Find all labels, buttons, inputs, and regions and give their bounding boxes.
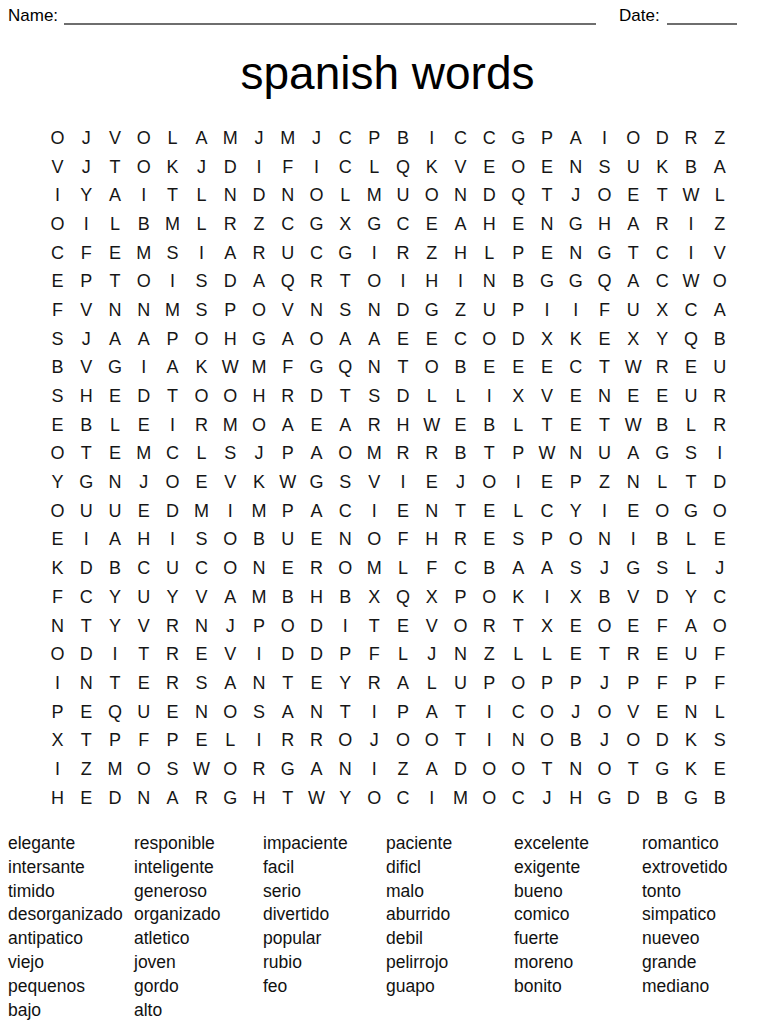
grid-cell[interactable]: I — [129, 354, 158, 383]
grid-cell[interactable]: I — [43, 181, 72, 210]
grid-cell[interactable]: F — [389, 526, 418, 555]
grid-cell[interactable]: C — [273, 210, 302, 239]
grid-cell[interactable]: N — [216, 181, 245, 210]
grid-cell[interactable]: M — [360, 181, 389, 210]
date-input-line[interactable] — [667, 23, 737, 25]
grid-cell[interactable]: O — [417, 726, 446, 755]
grid-cell[interactable]: B — [504, 267, 533, 296]
grid-cell[interactable]: H — [302, 583, 331, 612]
grid-cell[interactable]: G — [216, 784, 245, 813]
grid-cell[interactable]: R — [273, 726, 302, 755]
grid-cell[interactable]: N — [101, 296, 130, 325]
grid-cell[interactable]: J — [561, 181, 590, 210]
grid-cell[interactable]: I — [245, 640, 274, 669]
grid-cell[interactable]: B — [561, 726, 590, 755]
grid-cell[interactable]: X — [504, 382, 533, 411]
grid-cell[interactable]: L — [705, 181, 734, 210]
grid-cell[interactable]: W — [273, 468, 302, 497]
grid-cell[interactable]: N — [245, 669, 274, 698]
grid-cell[interactable]: J — [561, 698, 590, 727]
grid-cell[interactable]: P — [504, 239, 533, 268]
grid-cell[interactable]: Q — [273, 267, 302, 296]
grid-cell[interactable]: S — [187, 669, 216, 698]
grid-cell[interactable]: H — [245, 784, 274, 813]
grid-cell[interactable]: N — [561, 239, 590, 268]
grid-cell[interactable]: A — [245, 267, 274, 296]
grid-cell[interactable]: C — [331, 153, 360, 182]
grid-cell[interactable]: K — [648, 153, 677, 182]
grid-cell[interactable]: Q — [331, 354, 360, 383]
grid-cell[interactable]: Z — [446, 296, 475, 325]
grid-cell[interactable]: D — [302, 612, 331, 641]
grid-cell[interactable]: M — [245, 354, 274, 383]
grid-cell[interactable]: T — [446, 726, 475, 755]
grid-cell[interactable]: A — [216, 583, 245, 612]
grid-cell[interactable]: T — [677, 468, 706, 497]
grid-cell[interactable]: A — [619, 210, 648, 239]
grid-cell[interactable]: E — [619, 497, 648, 526]
grid-cell[interactable]: X — [561, 583, 590, 612]
grid-cell[interactable]: I — [302, 153, 331, 182]
grid-cell[interactable]: A — [101, 181, 130, 210]
grid-cell[interactable]: T — [590, 354, 619, 383]
grid-cell[interactable]: T — [504, 612, 533, 641]
grid-cell[interactable]: R — [475, 612, 504, 641]
grid-cell[interactable]: A — [216, 239, 245, 268]
grid-cell[interactable]: A — [677, 612, 706, 641]
grid-cell[interactable]: D — [302, 382, 331, 411]
grid-cell[interactable]: J — [216, 612, 245, 641]
grid-cell[interactable]: Y — [101, 583, 130, 612]
grid-cell[interactable]: D — [475, 181, 504, 210]
grid-cell[interactable]: B — [72, 411, 101, 440]
grid-cell[interactable]: R — [158, 669, 187, 698]
grid-cell[interactable]: O — [504, 669, 533, 698]
grid-cell[interactable]: S — [331, 468, 360, 497]
grid-cell[interactable]: A — [331, 325, 360, 354]
grid-cell[interactable]: U — [158, 554, 187, 583]
grid-cell[interactable]: M — [158, 210, 187, 239]
grid-cell[interactable]: R — [677, 124, 706, 153]
grid-cell[interactable]: X — [533, 612, 562, 641]
grid-cell[interactable]: S — [187, 267, 216, 296]
grid-cell[interactable]: R — [187, 784, 216, 813]
grid-cell[interactable]: D — [648, 583, 677, 612]
grid-cell[interactable]: T — [533, 181, 562, 210]
grid-cell[interactable]: E — [187, 468, 216, 497]
grid-cell[interactable]: Z — [72, 755, 101, 784]
grid-cell[interactable]: B — [129, 210, 158, 239]
grid-cell[interactable]: Q — [590, 267, 619, 296]
grid-cell[interactable]: Q — [677, 325, 706, 354]
grid-cell[interactable]: V — [360, 468, 389, 497]
grid-cell[interactable]: T — [72, 612, 101, 641]
grid-cell[interactable]: O — [619, 726, 648, 755]
grid-cell[interactable]: H — [216, 325, 245, 354]
grid-cell[interactable]: N — [302, 698, 331, 727]
grid-cell[interactable]: O — [129, 755, 158, 784]
grid-cell[interactable]: F — [273, 354, 302, 383]
grid-cell[interactable]: C — [705, 583, 734, 612]
grid-cell[interactable]: S — [43, 325, 72, 354]
grid-cell[interactable]: Q — [389, 153, 418, 182]
grid-cell[interactable]: L — [389, 640, 418, 669]
grid-cell[interactable]: T — [619, 755, 648, 784]
grid-cell[interactable]: D — [158, 497, 187, 526]
grid-cell[interactable]: L — [677, 526, 706, 555]
grid-cell[interactable]: L — [677, 411, 706, 440]
grid-cell[interactable]: L — [417, 382, 446, 411]
grid-cell[interactable]: G — [245, 325, 274, 354]
grid-cell[interactable]: P — [504, 296, 533, 325]
grid-cell[interactable]: A — [302, 497, 331, 526]
grid-cell[interactable]: S — [245, 698, 274, 727]
grid-cell[interactable]: Y — [72, 181, 101, 210]
grid-cell[interactable]: E — [129, 411, 158, 440]
grid-cell[interactable]: O — [43, 440, 72, 469]
grid-cell[interactable]: O — [475, 755, 504, 784]
grid-cell[interactable]: X — [43, 726, 72, 755]
grid-cell[interactable]: X — [533, 325, 562, 354]
grid-cell[interactable]: A — [187, 124, 216, 153]
grid-cell[interactable]: S — [216, 440, 245, 469]
grid-cell[interactable]: L — [187, 181, 216, 210]
grid-cell[interactable]: T — [360, 612, 389, 641]
grid-cell[interactable]: U — [705, 354, 734, 383]
grid-cell[interactable]: L — [533, 640, 562, 669]
grid-cell[interactable]: I — [158, 267, 187, 296]
grid-cell[interactable]: R — [273, 382, 302, 411]
grid-cell[interactable]: L — [331, 181, 360, 210]
grid-cell[interactable]: E — [302, 669, 331, 698]
grid-cell[interactable]: O — [216, 382, 245, 411]
grid-cell[interactable]: U — [72, 497, 101, 526]
grid-cell[interactable]: B — [705, 325, 734, 354]
grid-cell[interactable]: A — [417, 755, 446, 784]
grid-cell[interactable]: G — [302, 354, 331, 383]
grid-cell[interactable]: E — [705, 526, 734, 555]
grid-cell[interactable]: L — [475, 239, 504, 268]
grid-cell[interactable]: B — [43, 354, 72, 383]
grid-cell[interactable]: C — [389, 784, 418, 813]
grid-cell[interactable]: L — [389, 554, 418, 583]
grid-cell[interactable]: O — [705, 267, 734, 296]
grid-cell[interactable]: U — [389, 181, 418, 210]
grid-cell[interactable]: E — [417, 468, 446, 497]
grid-cell[interactable]: W — [302, 784, 331, 813]
grid-cell[interactable]: Y — [158, 583, 187, 612]
grid-cell[interactable]: E — [475, 497, 504, 526]
grid-cell[interactable]: T — [158, 382, 187, 411]
grid-cell[interactable]: E — [475, 153, 504, 182]
grid-cell[interactable]: O — [705, 612, 734, 641]
grid-cell[interactable]: I — [389, 267, 418, 296]
grid-cell[interactable]: Y — [331, 669, 360, 698]
grid-cell[interactable]: T — [389, 354, 418, 383]
grid-cell[interactable]: V — [101, 124, 130, 153]
grid-cell[interactable]: Q — [101, 698, 130, 727]
grid-cell[interactable]: C — [648, 267, 677, 296]
grid-cell[interactable]: U — [590, 440, 619, 469]
grid-cell[interactable]: I — [417, 784, 446, 813]
grid-cell[interactable]: L — [677, 554, 706, 583]
grid-cell[interactable]: G — [273, 755, 302, 784]
grid-cell[interactable]: R — [245, 239, 274, 268]
grid-cell[interactable]: D — [245, 181, 274, 210]
grid-cell[interactable]: E — [187, 640, 216, 669]
grid-cell[interactable]: N — [245, 554, 274, 583]
grid-cell[interactable]: T — [446, 698, 475, 727]
grid-cell[interactable]: S — [561, 554, 590, 583]
grid-cell[interactable]: W — [187, 755, 216, 784]
grid-cell[interactable]: B — [101, 554, 130, 583]
grid-cell[interactable]: B — [705, 784, 734, 813]
grid-cell[interactable]: E — [504, 210, 533, 239]
grid-cell[interactable]: O — [533, 726, 562, 755]
grid-cell[interactable]: P — [43, 698, 72, 727]
grid-cell[interactable]: A — [216, 669, 245, 698]
grid-cell[interactable]: A — [561, 124, 590, 153]
grid-cell[interactable]: R — [216, 210, 245, 239]
grid-cell[interactable]: H — [561, 784, 590, 813]
grid-cell[interactable]: E — [417, 210, 446, 239]
grid-cell[interactable]: H — [72, 382, 101, 411]
grid-cell[interactable]: B — [648, 411, 677, 440]
grid-cell[interactable]: A — [158, 354, 187, 383]
grid-cell[interactable]: D — [389, 296, 418, 325]
grid-cell[interactable]: O — [187, 325, 216, 354]
grid-cell[interactable]: R — [302, 726, 331, 755]
grid-cell[interactable]: I — [43, 755, 72, 784]
grid-cell[interactable]: J — [446, 468, 475, 497]
grid-cell[interactable]: K — [43, 554, 72, 583]
grid-cell[interactable]: N — [331, 755, 360, 784]
grid-cell[interactable]: V — [43, 153, 72, 182]
grid-cell[interactable]: P — [619, 669, 648, 698]
grid-cell[interactable]: Q — [389, 583, 418, 612]
grid-cell[interactable]: A — [273, 411, 302, 440]
grid-cell[interactable]: M — [158, 296, 187, 325]
grid-cell[interactable]: B — [389, 124, 418, 153]
grid-cell[interactable]: V — [619, 698, 648, 727]
grid-cell[interactable]: Z — [417, 239, 446, 268]
grid-cell[interactable]: F — [43, 296, 72, 325]
grid-cell[interactable]: N — [561, 440, 590, 469]
grid-cell[interactable]: M — [360, 554, 389, 583]
grid-cell[interactable]: L — [504, 497, 533, 526]
grid-cell[interactable]: N — [446, 181, 475, 210]
grid-cell[interactable]: S — [331, 296, 360, 325]
grid-cell[interactable]: L — [158, 124, 187, 153]
grid-cell[interactable]: P — [561, 669, 590, 698]
grid-cell[interactable]: L — [360, 153, 389, 182]
grid-cell[interactable]: Z — [245, 210, 274, 239]
grid-cell[interactable]: H — [590, 210, 619, 239]
grid-cell[interactable]: I — [590, 497, 619, 526]
grid-cell[interactable]: G — [417, 296, 446, 325]
grid-cell[interactable]: G — [677, 497, 706, 526]
grid-cell[interactable]: G — [72, 468, 101, 497]
grid-cell[interactable]: C — [302, 239, 331, 268]
grid-cell[interactable]: P — [561, 468, 590, 497]
grid-cell[interactable]: H — [446, 239, 475, 268]
grid-cell[interactable]: U — [129, 583, 158, 612]
grid-cell[interactable]: V — [216, 640, 245, 669]
grid-cell[interactable]: U — [619, 296, 648, 325]
grid-cell[interactable]: E — [619, 382, 648, 411]
grid-cell[interactable]: T — [273, 669, 302, 698]
grid-cell[interactable]: K — [677, 755, 706, 784]
grid-cell[interactable]: I — [129, 181, 158, 210]
grid-cell[interactable]: E — [561, 382, 590, 411]
grid-cell[interactable]: R — [158, 612, 187, 641]
grid-cell[interactable]: M — [187, 497, 216, 526]
grid-cell[interactable]: E — [417, 325, 446, 354]
grid-cell[interactable]: I — [216, 497, 245, 526]
grid-cell[interactable]: S — [158, 755, 187, 784]
grid-cell[interactable]: X — [648, 296, 677, 325]
grid-cell[interactable]: U — [619, 153, 648, 182]
grid-cell[interactable]: P — [158, 726, 187, 755]
grid-cell[interactable]: Z — [705, 210, 734, 239]
grid-cell[interactable]: O — [331, 726, 360, 755]
grid-cell[interactable]: O — [273, 612, 302, 641]
grid-cell[interactable]: V — [533, 382, 562, 411]
grid-cell[interactable]: E — [561, 640, 590, 669]
grid-cell[interactable]: D — [216, 267, 245, 296]
grid-cell[interactable]: C — [129, 554, 158, 583]
grid-cell[interactable]: I — [72, 210, 101, 239]
grid-cell[interactable]: A — [360, 325, 389, 354]
grid-cell[interactable]: O — [475, 325, 504, 354]
grid-cell[interactable]: P — [504, 440, 533, 469]
grid-cell[interactable]: E — [648, 698, 677, 727]
grid-cell[interactable]: I — [504, 468, 533, 497]
grid-cell[interactable]: A — [101, 325, 130, 354]
grid-cell[interactable]: E — [561, 612, 590, 641]
grid-cell[interactable]: P — [273, 497, 302, 526]
grid-cell[interactable]: I — [158, 526, 187, 555]
grid-cell[interactable]: J — [72, 325, 101, 354]
grid-cell[interactable]: E — [273, 554, 302, 583]
grid-cell[interactable]: G — [504, 124, 533, 153]
grid-cell[interactable]: F — [43, 583, 72, 612]
grid-cell[interactable]: N — [331, 526, 360, 555]
grid-cell[interactable]: B — [475, 554, 504, 583]
grid-cell[interactable]: S — [677, 440, 706, 469]
grid-cell[interactable]: O — [216, 698, 245, 727]
grid-cell[interactable]: O — [331, 554, 360, 583]
grid-cell[interactable]: E — [475, 354, 504, 383]
grid-cell[interactable]: S — [43, 382, 72, 411]
grid-cell[interactable]: S — [360, 382, 389, 411]
grid-cell[interactable]: C — [648, 239, 677, 268]
grid-cell[interactable]: L — [101, 411, 130, 440]
grid-cell[interactable]: M — [360, 440, 389, 469]
grid-cell[interactable]: S — [158, 239, 187, 268]
grid-cell[interactable]: I — [417, 124, 446, 153]
grid-cell[interactable]: E — [619, 612, 648, 641]
grid-cell[interactable]: E — [43, 526, 72, 555]
grid-cell[interactable]: R — [245, 755, 274, 784]
grid-cell[interactable]: H — [417, 526, 446, 555]
grid-cell[interactable]: T — [590, 640, 619, 669]
grid-cell[interactable]: O — [158, 468, 187, 497]
grid-cell[interactable]: I — [475, 382, 504, 411]
grid-cell[interactable]: S — [705, 726, 734, 755]
grid-cell[interactable]: R — [705, 382, 734, 411]
grid-cell[interactable]: A — [417, 698, 446, 727]
grid-cell[interactable]: A — [302, 755, 331, 784]
grid-cell[interactable]: E — [101, 440, 130, 469]
grid-cell[interactable]: V — [129, 612, 158, 641]
grid-cell[interactable]: T — [648, 181, 677, 210]
grid-cell[interactable]: N — [360, 354, 389, 383]
grid-cell[interactable]: I — [360, 497, 389, 526]
grid-cell[interactable]: N — [590, 526, 619, 555]
grid-cell[interactable]: E — [648, 382, 677, 411]
grid-cell[interactable]: I — [475, 726, 504, 755]
grid-cell[interactable]: M — [216, 411, 245, 440]
grid-cell[interactable]: M — [101, 755, 130, 784]
grid-cell[interactable]: F — [648, 669, 677, 698]
grid-cell[interactable]: N — [273, 181, 302, 210]
grid-cell[interactable]: U — [446, 669, 475, 698]
grid-cell[interactable]: W — [677, 267, 706, 296]
grid-cell[interactable]: U — [475, 296, 504, 325]
grid-cell[interactable]: O — [475, 583, 504, 612]
grid-cell[interactable]: N — [302, 296, 331, 325]
grid-cell[interactable]: P — [389, 698, 418, 727]
grid-cell[interactable]: R — [158, 640, 187, 669]
grid-cell[interactable]: R — [187, 411, 216, 440]
grid-cell[interactable]: D — [619, 784, 648, 813]
grid-cell[interactable]: F — [417, 554, 446, 583]
grid-cell[interactable]: A — [705, 153, 734, 182]
grid-cell[interactable]: O — [475, 468, 504, 497]
grid-cell[interactable]: V — [187, 583, 216, 612]
grid-cell[interactable]: L — [705, 698, 734, 727]
grid-cell[interactable]: P — [533, 124, 562, 153]
grid-cell[interactable]: J — [72, 153, 101, 182]
grid-cell[interactable]: W — [417, 411, 446, 440]
grid-cell[interactable]: V — [446, 153, 475, 182]
grid-cell[interactable]: P — [475, 669, 504, 698]
grid-cell[interactable]: L — [417, 669, 446, 698]
grid-cell[interactable]: A — [101, 526, 130, 555]
grid-cell[interactable]: T — [273, 784, 302, 813]
grid-cell[interactable]: G — [648, 440, 677, 469]
grid-cell[interactable]: K — [504, 583, 533, 612]
grid-cell[interactable]: N — [129, 296, 158, 325]
grid-cell[interactable]: D — [648, 726, 677, 755]
grid-cell[interactable]: C — [446, 554, 475, 583]
grid-cell[interactable]: N — [187, 698, 216, 727]
grid-cell[interactable]: A — [302, 440, 331, 469]
grid-cell[interactable]: L — [101, 210, 130, 239]
grid-cell[interactable]: E — [475, 526, 504, 555]
grid-cell[interactable]: N — [129, 784, 158, 813]
grid-cell[interactable]: Y — [677, 583, 706, 612]
grid-cell[interactable]: A — [446, 210, 475, 239]
grid-cell[interactable]: W — [216, 354, 245, 383]
grid-cell[interactable]: R — [389, 440, 418, 469]
grid-cell[interactable]: N — [72, 669, 101, 698]
grid-cell[interactable]: G — [561, 210, 590, 239]
grid-cell[interactable]: P — [360, 124, 389, 153]
grid-cell[interactable]: J — [360, 726, 389, 755]
grid-cell[interactable]: E — [302, 411, 331, 440]
